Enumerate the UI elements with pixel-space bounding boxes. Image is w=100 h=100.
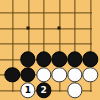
star-point [27, 27, 30, 30]
stone-black-d1[interactable]: 2 [36, 83, 51, 98]
go-diagram: 12 [0, 0, 100, 100]
stone-white-f1[interactable] [67, 83, 82, 98]
stone-white-c1[interactable]: 1 [20, 83, 35, 98]
move-number-label: 1 [25, 86, 31, 95]
stone-white-g2[interactable] [83, 67, 98, 82]
move-number-label: 2 [40, 86, 46, 95]
star-point [58, 27, 61, 30]
stone-black-g3[interactable] [83, 51, 98, 66]
go-board[interactable]: 12 [0, 0, 100, 100]
